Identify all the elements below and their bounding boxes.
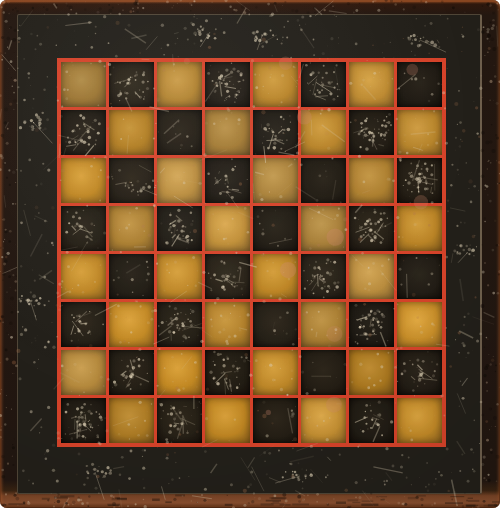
square-e6[interactable] [253,158,298,203]
square-a5[interactable] [61,206,106,251]
square-h5[interactable] [397,206,442,251]
square-g4[interactable] [349,254,394,299]
square-g5[interactable] [349,206,394,251]
checkerboard [57,58,446,447]
square-b6[interactable] [109,158,154,203]
square-e4[interactable] [253,254,298,299]
square-c3[interactable] [157,302,202,347]
photo-backdrop [0,0,500,508]
square-d8[interactable] [205,62,250,107]
square-h8[interactable] [397,62,442,107]
square-a4[interactable] [61,254,106,299]
square-f5[interactable] [301,206,346,251]
square-f8[interactable] [301,62,346,107]
square-f1[interactable] [301,398,346,443]
square-g6[interactable] [349,158,394,203]
square-f4[interactable] [301,254,346,299]
square-h7[interactable] [397,110,442,155]
square-d5[interactable] [205,206,250,251]
square-f6[interactable] [301,158,346,203]
square-a8[interactable] [61,62,106,107]
square-c7[interactable] [157,110,202,155]
square-c2[interactable] [157,350,202,395]
square-f7[interactable] [301,110,346,155]
square-d2[interactable] [205,350,250,395]
square-g2[interactable] [349,350,394,395]
square-d7[interactable] [205,110,250,155]
square-e1[interactable] [253,398,298,443]
square-b5[interactable] [109,206,154,251]
square-h2[interactable] [397,350,442,395]
square-e7[interactable] [253,110,298,155]
square-e2[interactable] [253,350,298,395]
square-b7[interactable] [109,110,154,155]
square-b1[interactable] [109,398,154,443]
square-d3[interactable] [205,302,250,347]
square-b3[interactable] [109,302,154,347]
board-frame [0,0,500,508]
square-b2[interactable] [109,350,154,395]
square-h6[interactable] [397,158,442,203]
square-d4[interactable] [205,254,250,299]
square-h4[interactable] [397,254,442,299]
square-a6[interactable] [61,158,106,203]
square-g8[interactable] [349,62,394,107]
square-c4[interactable] [157,254,202,299]
square-a2[interactable] [61,350,106,395]
square-h3[interactable] [397,302,442,347]
square-e3[interactable] [253,302,298,347]
square-b8[interactable] [109,62,154,107]
square-g3[interactable] [349,302,394,347]
square-c6[interactable] [157,158,202,203]
square-d6[interactable] [205,158,250,203]
square-c5[interactable] [157,206,202,251]
square-b4[interactable] [109,254,154,299]
square-a1[interactable] [61,398,106,443]
square-a3[interactable] [61,302,106,347]
square-c8[interactable] [157,62,202,107]
square-g1[interactable] [349,398,394,443]
square-h1[interactable] [397,398,442,443]
square-d1[interactable] [205,398,250,443]
square-f2[interactable] [301,350,346,395]
square-g7[interactable] [349,110,394,155]
square-a7[interactable] [61,110,106,155]
square-e8[interactable] [253,62,298,107]
square-c1[interactable] [157,398,202,443]
square-f3[interactable] [301,302,346,347]
square-e5[interactable] [253,206,298,251]
